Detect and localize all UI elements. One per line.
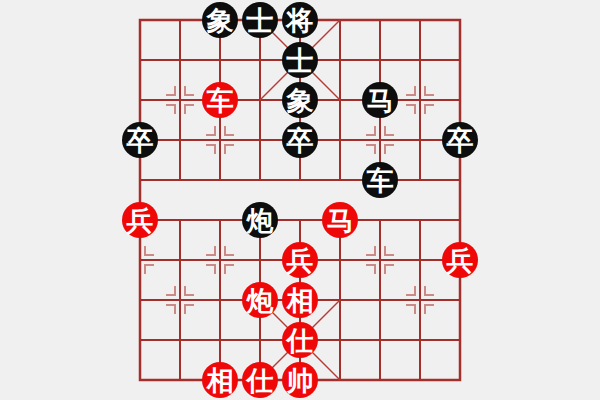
piece-red-chariot[interactable]: 车	[202, 82, 238, 118]
piece-red-soldier[interactable]: 兵	[122, 202, 158, 238]
piece-black-cannon[interactable]: 炮	[242, 202, 278, 238]
piece-red-advisor[interactable]: 仕	[242, 362, 278, 398]
piece-black-soldier[interactable]: 卒	[282, 122, 318, 158]
piece-black-advisor[interactable]: 士	[242, 2, 278, 38]
piece-black-soldier[interactable]: 卒	[442, 122, 478, 158]
piece-red-elephant[interactable]: 相	[202, 362, 238, 398]
piece-black-horse[interactable]: 马	[362, 82, 398, 118]
piece-red-soldier[interactable]: 兵	[442, 242, 478, 278]
piece-black-elephant[interactable]: 象	[282, 82, 318, 118]
piece-red-advisor[interactable]: 仕	[282, 322, 318, 358]
piece-black-soldier[interactable]: 卒	[122, 122, 158, 158]
xiangqi-board: 象士将士车象马卒卒卒车兵炮马兵兵炮相仕相仕帅	[0, 0, 600, 400]
piece-black-chariot[interactable]: 车	[362, 162, 398, 198]
piece-black-general[interactable]: 将	[282, 2, 318, 38]
piece-red-soldier[interactable]: 兵	[282, 242, 318, 278]
piece-red-horse[interactable]: 马	[322, 202, 358, 238]
board-points[interactable]: 象士将士车象马卒卒卒车兵炮马兵兵炮相仕相仕帅	[120, 0, 480, 400]
piece-red-cannon[interactable]: 炮	[242, 282, 278, 318]
piece-red-general[interactable]: 帅	[282, 362, 318, 398]
piece-black-advisor[interactable]: 士	[282, 42, 318, 78]
piece-red-elephant[interactable]: 相	[282, 282, 318, 318]
piece-black-elephant[interactable]: 象	[202, 2, 238, 38]
